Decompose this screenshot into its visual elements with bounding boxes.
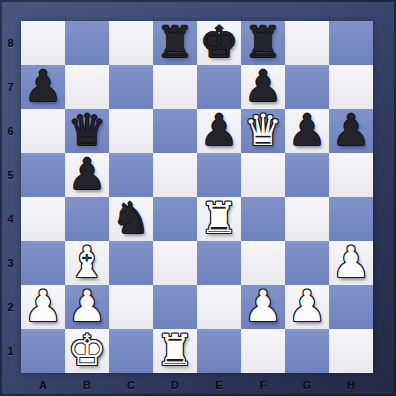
- piece-white-pawn[interactable]: ♟: [329, 240, 373, 284]
- square-b8[interactable]: [65, 21, 109, 65]
- piece-black-rook[interactable]: ♜: [241, 20, 285, 64]
- square-h7[interactable]: [329, 65, 373, 109]
- square-d4[interactable]: [153, 197, 197, 241]
- square-g5[interactable]: [285, 153, 329, 197]
- piece-white-pawn[interactable]: ♟: [21, 284, 65, 328]
- file-label-a: A: [21, 373, 65, 396]
- square-f8[interactable]: ♜: [241, 21, 285, 65]
- square-c5[interactable]: [109, 153, 153, 197]
- rank-labels: 87654321: [0, 21, 21, 373]
- square-c8[interactable]: [109, 21, 153, 65]
- square-b2[interactable]: ♟: [65, 285, 109, 329]
- square-b3[interactable]: ♝: [65, 241, 109, 285]
- square-a5[interactable]: [21, 153, 65, 197]
- piece-black-pawn[interactable]: ♟: [197, 108, 241, 152]
- square-h3[interactable]: ♟: [329, 241, 373, 285]
- square-f4[interactable]: [241, 197, 285, 241]
- square-e8[interactable]: ♚: [197, 21, 241, 65]
- square-g8[interactable]: [285, 21, 329, 65]
- square-e5[interactable]: [197, 153, 241, 197]
- square-b5[interactable]: ♟: [65, 153, 109, 197]
- square-a2[interactable]: ♟: [21, 285, 65, 329]
- piece-black-king[interactable]: ♚: [197, 20, 241, 64]
- piece-black-rook[interactable]: ♜: [153, 20, 197, 64]
- square-e1[interactable]: [197, 329, 241, 373]
- square-b4[interactable]: [65, 197, 109, 241]
- square-a4[interactable]: [21, 197, 65, 241]
- square-a3[interactable]: [21, 241, 65, 285]
- file-label-f: F: [241, 373, 285, 396]
- square-a8[interactable]: [21, 21, 65, 65]
- square-a1[interactable]: [21, 329, 65, 373]
- square-b1[interactable]: ♚: [65, 329, 109, 373]
- piece-black-pawn[interactable]: ♟: [65, 152, 109, 196]
- square-h4[interactable]: [329, 197, 373, 241]
- piece-black-knight[interactable]: ♞: [109, 196, 153, 240]
- square-g3[interactable]: [285, 241, 329, 285]
- chessboard-frame: 87654321 ABCDEFGH ♜♚♜♟♟♛♟♛♟♟♟♞♜♝♟♟♟♟♟♚♜: [0, 0, 396, 396]
- piece-black-pawn[interactable]: ♟: [285, 108, 329, 152]
- square-f2[interactable]: ♟: [241, 285, 285, 329]
- square-c4[interactable]: ♞: [109, 197, 153, 241]
- square-d1[interactable]: ♜: [153, 329, 197, 373]
- square-e4[interactable]: ♜: [197, 197, 241, 241]
- square-e3[interactable]: [197, 241, 241, 285]
- file-label-d: D: [153, 373, 197, 396]
- square-f7[interactable]: ♟: [241, 65, 285, 109]
- square-d7[interactable]: [153, 65, 197, 109]
- square-d2[interactable]: [153, 285, 197, 329]
- rank-label-8: 8: [0, 21, 21, 65]
- rank-label-5: 5: [0, 153, 21, 197]
- square-d5[interactable]: [153, 153, 197, 197]
- piece-white-rook[interactable]: ♜: [197, 196, 241, 240]
- square-c1[interactable]: [109, 329, 153, 373]
- square-f6[interactable]: ♛: [241, 109, 285, 153]
- square-a7[interactable]: ♟: [21, 65, 65, 109]
- piece-white-queen[interactable]: ♛: [241, 108, 285, 152]
- piece-black-queen[interactable]: ♛: [65, 108, 109, 152]
- file-label-h: H: [329, 373, 373, 396]
- square-f3[interactable]: [241, 241, 285, 285]
- square-g2[interactable]: ♟: [285, 285, 329, 329]
- rank-label-6: 6: [0, 109, 21, 153]
- square-d6[interactable]: [153, 109, 197, 153]
- square-h6[interactable]: ♟: [329, 109, 373, 153]
- square-b7[interactable]: [65, 65, 109, 109]
- piece-white-pawn[interactable]: ♟: [65, 284, 109, 328]
- rank-label-2: 2: [0, 285, 21, 329]
- rank-label-1: 1: [0, 329, 21, 373]
- piece-white-pawn[interactable]: ♟: [285, 284, 329, 328]
- piece-black-pawn[interactable]: ♟: [241, 64, 285, 108]
- square-d8[interactable]: ♜: [153, 21, 197, 65]
- square-c2[interactable]: [109, 285, 153, 329]
- square-h8[interactable]: [329, 21, 373, 65]
- square-g6[interactable]: ♟: [285, 109, 329, 153]
- square-c6[interactable]: [109, 109, 153, 153]
- square-g4[interactable]: [285, 197, 329, 241]
- square-e6[interactable]: ♟: [197, 109, 241, 153]
- square-d3[interactable]: [153, 241, 197, 285]
- square-c7[interactable]: [109, 65, 153, 109]
- square-h2[interactable]: [329, 285, 373, 329]
- piece-white-rook[interactable]: ♜: [153, 328, 197, 372]
- square-b6[interactable]: ♛: [65, 109, 109, 153]
- square-h1[interactable]: [329, 329, 373, 373]
- square-g7[interactable]: [285, 65, 329, 109]
- piece-white-pawn[interactable]: ♟: [241, 284, 285, 328]
- file-label-g: G: [285, 373, 329, 396]
- rank-label-7: 7: [0, 65, 21, 109]
- rank-label-3: 3: [0, 241, 21, 285]
- piece-black-pawn[interactable]: ♟: [21, 64, 65, 108]
- chess-board: ♜♚♜♟♟♛♟♛♟♟♟♞♜♝♟♟♟♟♟♚♜: [21, 21, 373, 373]
- square-g1[interactable]: [285, 329, 329, 373]
- file-label-b: B: [65, 373, 109, 396]
- piece-white-bishop[interactable]: ♝: [65, 240, 109, 284]
- file-labels: ABCDEFGH: [21, 373, 373, 396]
- square-e2[interactable]: [197, 285, 241, 329]
- rank-label-4: 4: [0, 197, 21, 241]
- square-a6[interactable]: [21, 109, 65, 153]
- square-c3[interactable]: [109, 241, 153, 285]
- file-label-e: E: [197, 373, 241, 396]
- square-f1[interactable]: [241, 329, 285, 373]
- file-label-c: C: [109, 373, 153, 396]
- piece-white-king[interactable]: ♚: [65, 328, 109, 372]
- square-e7[interactable]: [197, 65, 241, 109]
- square-h5[interactable]: [329, 153, 373, 197]
- piece-black-pawn[interactable]: ♟: [329, 108, 373, 152]
- square-f5[interactable]: [241, 153, 285, 197]
